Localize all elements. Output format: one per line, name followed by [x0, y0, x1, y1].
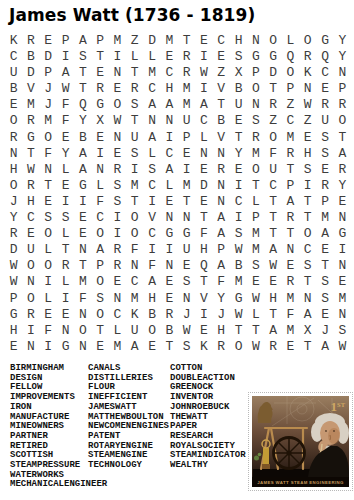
grid-cell[interactable]: E [57, 307, 74, 323]
grid-cell[interactable]: E [264, 274, 281, 290]
grid-cell[interactable]: A [299, 307, 316, 323]
grid-cell[interactable]: E [161, 49, 178, 65]
grid-cell[interactable]: T [126, 113, 143, 129]
grid-cell[interactable]: M [126, 291, 143, 307]
grid-cell[interactable]: O [91, 307, 108, 323]
grid-cell[interactable]: E [109, 274, 126, 290]
grid-cell[interactable]: E [40, 33, 57, 49]
grid-cell[interactable]: R [109, 258, 126, 274]
grid-cell[interactable]: C [299, 242, 316, 258]
grid-cell[interactable]: P [282, 178, 299, 194]
grid-cell[interactable]: M [143, 65, 160, 81]
grid-cell[interactable]: O [299, 226, 316, 242]
grid-cell[interactable]: C [143, 178, 160, 194]
grid-cell[interactable]: U [178, 113, 195, 129]
grid-cell[interactable]: E [57, 178, 74, 194]
grid-cell[interactable]: Z [264, 113, 281, 129]
grid-cell[interactable]: E [40, 194, 57, 210]
grid-cell[interactable]: R [282, 210, 299, 226]
grid-cell[interactable]: P [40, 65, 57, 81]
grid-cell[interactable]: E [143, 339, 160, 355]
grid-cell[interactable]: S [178, 339, 195, 355]
grid-cell[interactable]: T [299, 194, 316, 210]
grid-cell[interactable]: E [195, 323, 212, 339]
grid-cell[interactable]: R [109, 162, 126, 178]
grid-cell[interactable]: O [230, 339, 247, 355]
grid-cell[interactable]: W [178, 323, 195, 339]
grid-cell[interactable]: G [74, 178, 91, 194]
grid-cell[interactable]: U [264, 162, 281, 178]
grid-cell[interactable]: U [22, 242, 39, 258]
grid-cell[interactable]: F [91, 194, 108, 210]
grid-cell[interactable]: O [334, 113, 351, 129]
grid-cell[interactable]: G [264, 49, 281, 65]
grid-cell[interactable]: F [264, 146, 281, 162]
grid-cell[interactable]: I [178, 162, 195, 178]
grid-cell[interactable]: E [316, 242, 333, 258]
grid-cell[interactable]: Y [334, 178, 351, 194]
grid-cell[interactable]: S [247, 113, 264, 129]
grid-cell[interactable]: J [40, 81, 57, 97]
grid-cell[interactable]: V [213, 81, 230, 97]
grid-cell[interactable]: S [109, 194, 126, 210]
grid-cell[interactable]: E [91, 65, 108, 81]
grid-cell[interactable]: I [109, 49, 126, 65]
grid-cell[interactable]: Z [213, 65, 230, 81]
grid-cell[interactable]: B [143, 307, 160, 323]
grid-cell[interactable]: D [22, 65, 39, 81]
grid-cell[interactable]: K [5, 33, 22, 49]
grid-cell[interactable]: K [299, 65, 316, 81]
grid-cell[interactable]: N [334, 65, 351, 81]
grid-cell[interactable]: U [126, 323, 143, 339]
grid-cell[interactable]: E [247, 274, 264, 290]
grid-cell[interactable]: W [195, 65, 212, 81]
grid-cell[interactable]: T [178, 194, 195, 210]
grid-cell[interactable]: L [195, 130, 212, 146]
grid-cell[interactable]: R [316, 97, 333, 113]
grid-cell[interactable]: C [195, 113, 212, 129]
grid-cell[interactable]: F [143, 258, 160, 274]
grid-cell[interactable]: L [161, 178, 178, 194]
grid-cell[interactable]: Q [195, 258, 212, 274]
grid-cell[interactable]: D [195, 178, 212, 194]
grid-cell[interactable]: S [91, 291, 108, 307]
grid-cell[interactable]: A [316, 339, 333, 355]
grid-cell[interactable]: E [316, 81, 333, 97]
grid-cell[interactable]: U [316, 113, 333, 129]
grid-cell[interactable]: X [299, 323, 316, 339]
grid-cell[interactable]: M [316, 210, 333, 226]
grid-cell[interactable]: N [195, 146, 212, 162]
grid-cell[interactable]: I [40, 274, 57, 290]
grid-cell[interactable]: I [109, 226, 126, 242]
grid-cell[interactable]: A [74, 162, 91, 178]
grid-cell[interactable]: T [264, 210, 281, 226]
grid-cell[interactable]: O [247, 81, 264, 97]
grid-cell[interactable]: C [161, 146, 178, 162]
grid-cell[interactable]: R [264, 339, 281, 355]
grid-cell[interactable]: P [178, 130, 195, 146]
grid-cell[interactable]: T [57, 242, 74, 258]
grid-cell[interactable]: J [316, 323, 333, 339]
grid-cell[interactable]: A [143, 274, 160, 290]
grid-cell[interactable]: P [334, 81, 351, 97]
grid-cell[interactable]: V [195, 291, 212, 307]
grid-cell[interactable]: H [213, 323, 230, 339]
grid-cell[interactable]: A [195, 97, 212, 113]
grid-cell[interactable]: L [91, 178, 108, 194]
grid-cell[interactable]: F [40, 323, 57, 339]
grid-cell[interactable]: R [213, 162, 230, 178]
grid-cell[interactable]: I [22, 323, 39, 339]
grid-cell[interactable]: N [213, 194, 230, 210]
grid-cell[interactable]: A [161, 162, 178, 178]
grid-cell[interactable]: O [264, 130, 281, 146]
grid-cell[interactable]: B [230, 258, 247, 274]
grid-cell[interactable]: A [213, 258, 230, 274]
grid-cell[interactable]: B [74, 130, 91, 146]
grid-cell[interactable]: T [247, 323, 264, 339]
grid-cell[interactable]: E [334, 194, 351, 210]
grid-cell[interactable]: T [230, 323, 247, 339]
grid-cell[interactable]: M [282, 291, 299, 307]
grid-cell[interactable]: N [5, 146, 22, 162]
grid-cell[interactable]: T [126, 194, 143, 210]
grid-cell[interactable]: B [213, 113, 230, 129]
grid-cell[interactable]: V [213, 130, 230, 146]
grid-cell[interactable]: R [22, 113, 39, 129]
grid-cell[interactable]: L [247, 194, 264, 210]
grid-cell[interactable]: M [178, 178, 195, 194]
grid-cell[interactable]: A [143, 97, 160, 113]
grid-cell[interactable]: R [264, 97, 281, 113]
grid-cell[interactable]: C [22, 210, 39, 226]
grid-cell[interactable]: H [5, 162, 22, 178]
grid-cell[interactable]: N [299, 81, 316, 97]
grid-cell[interactable]: E [40, 307, 57, 323]
grid-cell[interactable]: T [195, 274, 212, 290]
grid-cell[interactable]: F [195, 226, 212, 242]
grid-cell[interactable]: I [57, 291, 74, 307]
grid-cell[interactable]: N [22, 274, 39, 290]
grid-cell[interactable]: N [74, 307, 91, 323]
grid-cell[interactable]: A [316, 226, 333, 242]
grid-cell[interactable]: X [230, 65, 247, 81]
grid-cell[interactable]: S [299, 258, 316, 274]
grid-cell[interactable]: S [143, 162, 160, 178]
grid-cell[interactable]: G [91, 97, 108, 113]
grid-cell[interactable]: N [213, 178, 230, 194]
grid-cell[interactable]: D [5, 242, 22, 258]
grid-cell[interactable]: S [247, 258, 264, 274]
grid-cell[interactable]: L [40, 291, 57, 307]
grid-cell[interactable]: M [109, 33, 126, 49]
grid-cell[interactable]: I [195, 307, 212, 323]
grid-cell[interactable]: O [5, 113, 22, 129]
grid-cell[interactable]: R [126, 81, 143, 97]
grid-cell[interactable]: O [143, 323, 160, 339]
grid-cell[interactable]: T [230, 130, 247, 146]
grid-cell[interactable]: P [316, 194, 333, 210]
grid-cell[interactable]: S [334, 323, 351, 339]
grid-cell[interactable]: T [40, 178, 57, 194]
grid-cell[interactable]: C [91, 210, 108, 226]
grid-cell[interactable]: N [57, 323, 74, 339]
grid-cell[interactable]: E [282, 258, 299, 274]
grid-cell[interactable]: G [316, 33, 333, 49]
grid-cell[interactable]: N [213, 146, 230, 162]
grid-cell[interactable]: A [213, 226, 230, 242]
grid-cell[interactable]: L [126, 49, 143, 65]
grid-cell[interactable]: D [264, 65, 281, 81]
grid-cell[interactable]: I [230, 210, 247, 226]
grid-cell[interactable]: I [230, 178, 247, 194]
grid-cell[interactable]: E [91, 339, 108, 355]
grid-cell[interactable]: T [74, 258, 91, 274]
grid-cell[interactable]: A [143, 130, 160, 146]
grid-cell[interactable]: I [143, 194, 160, 210]
grid-cell[interactable]: R [247, 130, 264, 146]
grid-cell[interactable]: N [109, 130, 126, 146]
grid-cell[interactable]: D [40, 49, 57, 65]
grid-cell[interactable]: M [22, 97, 39, 113]
grid-cell[interactable]: L [57, 226, 74, 242]
grid-cell[interactable]: P [282, 81, 299, 97]
grid-cell[interactable]: S [126, 146, 143, 162]
grid-cell[interactable]: M [109, 339, 126, 355]
grid-cell[interactable]: I [195, 49, 212, 65]
grid-cell[interactable]: Z [126, 33, 143, 49]
grid-cell[interactable]: W [5, 274, 22, 290]
grid-cell[interactable]: L [57, 162, 74, 178]
grid-cell[interactable]: T [91, 323, 108, 339]
grid-cell[interactable]: R [5, 130, 22, 146]
grid-cell[interactable]: E [195, 33, 212, 49]
grid-cell[interactable]: T [264, 226, 281, 242]
grid-cell[interactable]: H [5, 323, 22, 339]
grid-cell[interactable]: O [282, 65, 299, 81]
grid-cell[interactable]: O [5, 178, 22, 194]
grid-cell[interactable]: U [5, 65, 22, 81]
grid-cell[interactable]: I [74, 194, 91, 210]
grid-cell[interactable]: B [230, 81, 247, 97]
grid-cell[interactable]: E [22, 226, 39, 242]
grid-cell[interactable]: W [264, 258, 281, 274]
grid-cell[interactable]: M [161, 33, 178, 49]
grid-cell[interactable]: T [213, 97, 230, 113]
grid-cell[interactable]: E [195, 162, 212, 178]
grid-cell[interactable]: I [57, 49, 74, 65]
grid-cell[interactable]: N [161, 113, 178, 129]
grid-cell[interactable]: S [126, 97, 143, 113]
grid-cell[interactable]: H [195, 242, 212, 258]
grid-cell[interactable]: E [161, 291, 178, 307]
grid-cell[interactable]: Y [213, 291, 230, 307]
grid-cell[interactable]: A [91, 242, 108, 258]
grid-cell[interactable]: N [109, 291, 126, 307]
grid-cell[interactable]: E [91, 130, 108, 146]
grid-cell[interactable]: K [126, 307, 143, 323]
grid-cell[interactable]: M [40, 113, 57, 129]
grid-cell[interactable]: W [247, 339, 264, 355]
grid-cell[interactable]: H [143, 291, 160, 307]
grid-cell[interactable]: I [299, 178, 316, 194]
grid-cell[interactable]: R [178, 65, 195, 81]
grid-cell[interactable]: I [91, 146, 108, 162]
grid-cell[interactable]: O [22, 291, 39, 307]
grid-cell[interactable]: H [230, 33, 247, 49]
grid-cell[interactable]: L [57, 274, 74, 290]
grid-cell[interactable]: M [178, 97, 195, 113]
grid-cell[interactable]: H [264, 291, 281, 307]
grid-cell[interactable]: R [57, 258, 74, 274]
grid-cell[interactable]: E [299, 130, 316, 146]
grid-cell[interactable]: E [230, 162, 247, 178]
grid-cell[interactable]: G [22, 130, 39, 146]
grid-cell[interactable]: U [126, 130, 143, 146]
grid-cell[interactable]: O [40, 258, 57, 274]
grid-cell[interactable]: E [178, 258, 195, 274]
grid-cell[interactable]: S [109, 178, 126, 194]
grid-cell[interactable]: T [264, 194, 281, 210]
grid-cell[interactable]: Y [334, 49, 351, 65]
grid-cell[interactable]: N [109, 65, 126, 81]
grid-cell[interactable]: H [161, 81, 178, 97]
grid-cell[interactable]: Y [57, 146, 74, 162]
grid-cell[interactable]: B [161, 323, 178, 339]
grid-cell[interactable]: E [213, 49, 230, 65]
grid-cell[interactable]: O [40, 130, 57, 146]
grid-cell[interactable]: C [230, 194, 247, 210]
grid-cell[interactable]: O [40, 226, 57, 242]
grid-cell[interactable]: E [161, 274, 178, 290]
grid-cell[interactable]: L [40, 242, 57, 258]
grid-cell[interactable]: Y [230, 146, 247, 162]
grid-cell[interactable]: I [57, 194, 74, 210]
grid-cell[interactable]: T [126, 65, 143, 81]
grid-cell[interactable]: E [74, 210, 91, 226]
grid-cell[interactable]: N [40, 162, 57, 178]
grid-cell[interactable]: E [282, 339, 299, 355]
grid-cell[interactable]: O [247, 162, 264, 178]
grid-cell[interactable]: C [264, 178, 281, 194]
grid-cell[interactable]: N [22, 339, 39, 355]
grid-cell[interactable]: O [22, 258, 39, 274]
grid-cell[interactable]: T [22, 146, 39, 162]
grid-cell[interactable]: N [74, 339, 91, 355]
grid-cell[interactable]: E [57, 130, 74, 146]
grid-cell[interactable]: T [299, 274, 316, 290]
grid-cell[interactable]: T [247, 178, 264, 194]
grid-cell[interactable]: S [57, 210, 74, 226]
grid-cell[interactable]: R [334, 97, 351, 113]
grid-cell[interactable]: C [213, 33, 230, 49]
grid-cell[interactable]: V [143, 210, 160, 226]
grid-cell[interactable]: E [178, 146, 195, 162]
grid-cell[interactable]: T [316, 258, 333, 274]
grid-cell[interactable]: R [22, 33, 39, 49]
grid-cell[interactable]: B [5, 81, 22, 97]
grid-cell[interactable]: O [74, 323, 91, 339]
grid-cell[interactable]: M [247, 242, 264, 258]
grid-cell[interactable]: L [143, 146, 160, 162]
grid-cell[interactable]: C [316, 65, 333, 81]
grid-cell[interactable]: A [282, 194, 299, 210]
grid-cell[interactable]: A [126, 339, 143, 355]
grid-cell[interactable]: T [195, 210, 212, 226]
grid-cell[interactable]: E [74, 226, 91, 242]
grid-cell[interactable]: J [5, 194, 22, 210]
grid-cell[interactable]: F [57, 97, 74, 113]
grid-cell[interactable]: O [264, 33, 281, 49]
grid-cell[interactable]: Q [316, 49, 333, 65]
grid-cell[interactable]: P [5, 291, 22, 307]
grid-cell[interactable]: O [91, 226, 108, 242]
grid-cell[interactable]: N [178, 291, 195, 307]
grid-cell[interactable]: J [40, 97, 57, 113]
grid-cell[interactable]: A [264, 242, 281, 258]
grid-cell[interactable]: R [282, 274, 299, 290]
grid-cell[interactable]: T [74, 65, 91, 81]
grid-cell[interactable]: N [299, 291, 316, 307]
grid-cell[interactable]: M [126, 178, 143, 194]
grid-cell[interactable]: P [247, 210, 264, 226]
grid-cell[interactable]: C [143, 81, 160, 97]
grid-cell[interactable]: G [334, 226, 351, 242]
grid-cell[interactable]: G [178, 226, 195, 242]
grid-cell[interactable]: S [230, 226, 247, 242]
grid-cell[interactable]: S [230, 49, 247, 65]
grid-cell[interactable]: E [316, 162, 333, 178]
grid-cell[interactable]: N [161, 258, 178, 274]
grid-cell[interactable]: M [334, 291, 351, 307]
grid-cell[interactable]: X [91, 113, 108, 129]
grid-cell[interactable]: J [213, 307, 230, 323]
grid-cell[interactable]: A [264, 323, 281, 339]
grid-cell[interactable]: I [195, 81, 212, 97]
grid-cell[interactable]: E [5, 339, 22, 355]
grid-cell[interactable]: N [91, 162, 108, 178]
grid-cell[interactable]: P [91, 258, 108, 274]
grid-cell[interactable]: R [213, 339, 230, 355]
grid-cell[interactable]: T [264, 307, 281, 323]
grid-cell[interactable]: L [247, 307, 264, 323]
grid-cell[interactable]: O [126, 210, 143, 226]
grid-cell[interactable]: N [247, 33, 264, 49]
grid-cell[interactable]: A [57, 65, 74, 81]
grid-cell[interactable]: A [334, 146, 351, 162]
grid-cell[interactable]: S [316, 274, 333, 290]
grid-cell[interactable]: I [334, 242, 351, 258]
grid-cell[interactable]: E [109, 146, 126, 162]
grid-cell[interactable]: I [143, 242, 160, 258]
grid-cell[interactable]: G [230, 291, 247, 307]
grid-cell[interactable]: R [282, 146, 299, 162]
grid-cell[interactable]: T [264, 81, 281, 97]
grid-cell[interactable]: R [334, 162, 351, 178]
grid-cell[interactable]: W [57, 81, 74, 97]
grid-cell[interactable]: H [22, 194, 39, 210]
grid-cell[interactable]: T [299, 339, 316, 355]
grid-cell[interactable]: W [5, 258, 22, 274]
grid-cell[interactable]: O [91, 274, 108, 290]
grid-cell[interactable]: S [316, 146, 333, 162]
grid-cell[interactable]: M [74, 274, 91, 290]
grid-cell[interactable]: O [299, 33, 316, 49]
grid-cell[interactable]: E [230, 113, 247, 129]
grid-cell[interactable]: W [230, 242, 247, 258]
